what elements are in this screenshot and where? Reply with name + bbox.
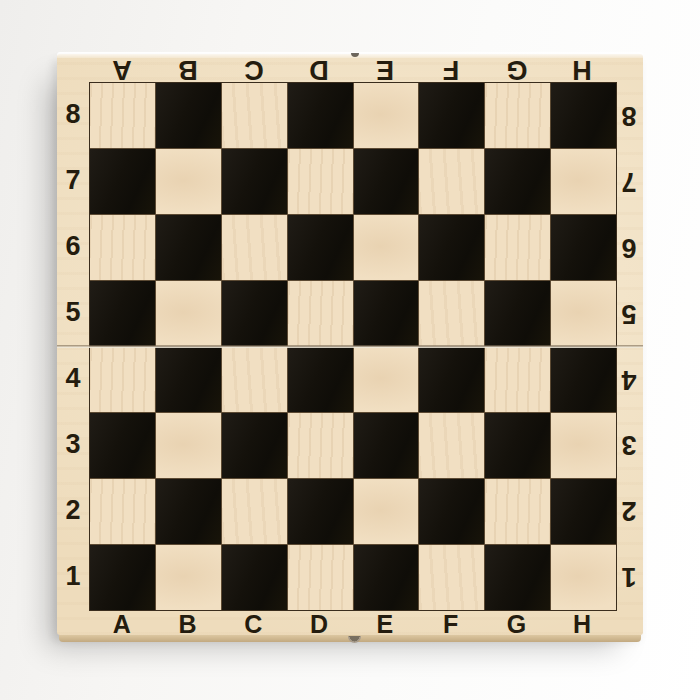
file-label-bottom-d: D <box>286 610 352 639</box>
square-d6[interactable] <box>288 215 353 280</box>
square-d3[interactable] <box>288 413 353 478</box>
rank-label-left-5: 5 <box>57 280 89 346</box>
square-f1[interactable] <box>419 545 484 610</box>
square-h7[interactable] <box>551 149 616 214</box>
file-label-bottom-g: G <box>484 610 550 639</box>
square-h4[interactable] <box>551 347 616 412</box>
square-g3[interactable] <box>485 413 550 478</box>
square-h2[interactable] <box>551 479 616 544</box>
square-g1[interactable] <box>485 545 550 610</box>
square-h5[interactable] <box>551 281 616 346</box>
square-b4[interactable] <box>156 347 221 412</box>
file-label-top-b: B <box>155 54 221 85</box>
file-label-top-a: A <box>89 54 155 85</box>
rank-label-right-6: 6 <box>615 214 643 280</box>
square-d7[interactable] <box>288 149 353 214</box>
rank-label-left-8: 8 <box>57 82 89 148</box>
square-g6[interactable] <box>485 215 550 280</box>
square-a1[interactable] <box>90 545 155 610</box>
square-a8[interactable] <box>90 83 155 148</box>
square-c3[interactable] <box>222 413 287 478</box>
square-f7[interactable] <box>419 149 484 214</box>
file-label-top-h: H <box>549 54 615 85</box>
square-g8[interactable] <box>485 83 550 148</box>
square-e1[interactable] <box>354 545 419 610</box>
square-c1[interactable] <box>222 545 287 610</box>
square-f5[interactable] <box>419 281 484 346</box>
square-c8[interactable] <box>222 83 287 148</box>
square-b2[interactable] <box>156 479 221 544</box>
square-c7[interactable] <box>222 149 287 214</box>
rank-label-right-5: 5 <box>615 280 643 346</box>
rank-label-right-4: 4 <box>615 346 643 412</box>
square-a3[interactable] <box>90 413 155 478</box>
file-label-top-f: F <box>418 54 484 85</box>
rank-label-left-1: 1 <box>57 543 89 609</box>
square-f8[interactable] <box>419 83 484 148</box>
square-a5[interactable] <box>90 281 155 346</box>
square-h6[interactable] <box>551 215 616 280</box>
square-h8[interactable] <box>551 83 616 148</box>
square-e4[interactable] <box>354 347 419 412</box>
square-c6[interactable] <box>222 215 287 280</box>
square-d4[interactable] <box>288 347 353 412</box>
file-label-bottom-a: A <box>89 610 155 639</box>
rank-label-right-8: 8 <box>615 82 643 148</box>
square-b5[interactable] <box>156 281 221 346</box>
square-a2[interactable] <box>90 479 155 544</box>
square-b3[interactable] <box>156 413 221 478</box>
square-e7[interactable] <box>354 149 419 214</box>
square-g2[interactable] <box>485 479 550 544</box>
square-g4[interactable] <box>485 347 550 412</box>
square-e6[interactable] <box>354 215 419 280</box>
square-b7[interactable] <box>156 149 221 214</box>
square-f3[interactable] <box>419 413 484 478</box>
square-d2[interactable] <box>288 479 353 544</box>
file-label-top-g: G <box>484 54 550 85</box>
square-e2[interactable] <box>354 479 419 544</box>
square-g5[interactable] <box>485 281 550 346</box>
square-h1[interactable] <box>551 545 616 610</box>
square-b6[interactable] <box>156 215 221 280</box>
rank-label-right-2: 2 <box>615 477 643 543</box>
square-a4[interactable] <box>90 347 155 412</box>
file-labels-bottom: ABCDEFGH <box>89 610 615 635</box>
file-label-bottom-e: E <box>352 610 418 639</box>
square-d1[interactable] <box>288 545 353 610</box>
square-d5[interactable] <box>288 281 353 346</box>
file-label-top-c: C <box>221 54 287 85</box>
square-b8[interactable] <box>156 83 221 148</box>
file-label-top-e: E <box>352 54 418 85</box>
rank-label-right-7: 7 <box>615 148 643 214</box>
file-label-bottom-b: B <box>155 610 221 639</box>
file-label-bottom-h: H <box>549 610 615 639</box>
fold-seam <box>57 345 643 348</box>
square-f2[interactable] <box>419 479 484 544</box>
square-b1[interactable] <box>156 545 221 610</box>
square-c4[interactable] <box>222 347 287 412</box>
rank-label-left-2: 2 <box>57 477 89 543</box>
rank-label-left-7: 7 <box>57 148 89 214</box>
photo-background: ABCDEFGH 87654321 87654321 ABCDEFGH <box>0 0 700 700</box>
file-labels-top: ABCDEFGH <box>89 54 615 81</box>
rank-label-left-6: 6 <box>57 214 89 280</box>
square-e3[interactable] <box>354 413 419 478</box>
file-label-bottom-f: F <box>418 610 484 639</box>
square-f4[interactable] <box>419 347 484 412</box>
square-c5[interactable] <box>222 281 287 346</box>
square-g7[interactable] <box>485 149 550 214</box>
square-a6[interactable] <box>90 215 155 280</box>
rank-label-right-1: 1 <box>615 543 643 609</box>
square-e5[interactable] <box>354 281 419 346</box>
rank-label-right-3: 3 <box>615 411 643 477</box>
rank-label-left-4: 4 <box>57 346 89 412</box>
rank-label-left-3: 3 <box>57 411 89 477</box>
square-e8[interactable] <box>354 83 419 148</box>
square-h3[interactable] <box>551 413 616 478</box>
file-label-bottom-c: C <box>221 610 287 639</box>
square-d8[interactable] <box>288 83 353 148</box>
square-f6[interactable] <box>419 215 484 280</box>
square-a7[interactable] <box>90 149 155 214</box>
file-label-top-d: D <box>286 54 352 85</box>
square-c2[interactable] <box>222 479 287 544</box>
chess-board: ABCDEFGH 87654321 87654321 ABCDEFGH <box>57 54 643 635</box>
